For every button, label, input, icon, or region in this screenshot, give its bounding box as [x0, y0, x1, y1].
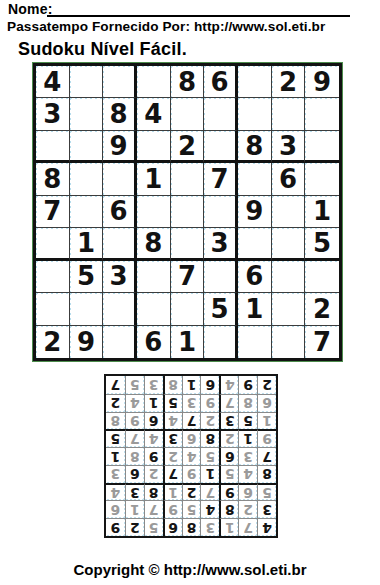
puzzle-cell-r3c4 [137, 131, 171, 163]
solution-cell-r4c8: 6 [125, 465, 144, 483]
solution-cell-r3c6: 1 [163, 483, 182, 501]
puzzle-cell-r4c4: 1 [137, 163, 171, 195]
solution-cell-r2c5: 5 [182, 500, 201, 518]
puzzle-cell-r7c4 [137, 261, 171, 293]
solution-cell-r6c5: 6 [182, 429, 201, 447]
puzzle-cell-r3c6 [204, 131, 238, 163]
solution-cell-r8c3: 7 [219, 394, 238, 412]
solution-cell-r6c7: 4 [144, 429, 163, 447]
puzzle-cell-r8c2 [70, 293, 104, 325]
solution-cell-r7c8: 9 [125, 412, 144, 430]
solution-cell-r1c4: 3 [200, 518, 219, 536]
puzzle-cell-r2c9 [305, 98, 339, 130]
solution-cell-r5c3: 6 [219, 447, 238, 465]
solution-cell-r3c9: 4 [106, 483, 125, 501]
solution-cell-r2c9: 6 [106, 500, 125, 518]
puzzle-cell-r7c3: 3 [103, 261, 137, 293]
solution-cell-r5c1: 7 [257, 447, 276, 465]
solution-cell-r8c7: 1 [144, 394, 163, 412]
puzzle-cell-r8c5 [171, 293, 205, 325]
puzzle-cell-r6c8 [272, 228, 306, 260]
puzzle-cell-r1c6: 6 [204, 66, 238, 98]
solution-cell-r2c6: 9 [163, 500, 182, 518]
puzzle-cell-r3c5: 2 [171, 131, 205, 163]
puzzle-cell-r1c4 [137, 66, 171, 98]
puzzle-cell-r2c1: 3 [36, 98, 70, 130]
puzzle-cell-r2c6 [204, 98, 238, 130]
solution-cell-r4c5: 9 [182, 465, 201, 483]
puzzle-cell-r6c9: 5 [305, 228, 339, 260]
solution-cell-r8c9: 2 [106, 394, 125, 412]
solution-cell-r2c4: 4 [200, 500, 219, 518]
puzzle-cell-r8c7: 1 [238, 293, 272, 325]
puzzle-cell-r2c4: 4 [137, 98, 171, 130]
solution-cell-r1c9: 9 [106, 518, 125, 536]
solution-cell-r5c4: 5 [200, 447, 219, 465]
solution-cell-r9c3: 4 [219, 376, 238, 394]
puzzle-cell-r9c8 [272, 326, 306, 358]
solution-cell-r4c7: 2 [144, 465, 163, 483]
puzzle-cell-r4c2 [70, 163, 104, 195]
solution-cell-r2c3: 8 [219, 500, 238, 518]
solution-cell-r9c1: 2 [257, 376, 276, 394]
solution-cell-r7c9: 8 [106, 412, 125, 430]
solution-cell-r2c2: 2 [238, 500, 257, 518]
puzzle-cell-r9c7 [238, 326, 272, 358]
puzzle-cell-r4c8: 6 [272, 163, 306, 195]
solution-cell-r7c4: 2 [200, 412, 219, 430]
solution-cell-r6c3: 2 [219, 429, 238, 447]
puzzle-cell-r9c3 [103, 326, 137, 358]
puzzle-cell-r1c8: 2 [272, 66, 306, 98]
puzzle-cell-r3c2 [70, 131, 104, 163]
puzzle-cell-r3c3: 9 [103, 131, 137, 163]
solution-cell-r2c7: 7 [144, 500, 163, 518]
solution-cell-r1c5: 8 [182, 518, 201, 536]
puzzle-cell-r1c5: 8 [171, 66, 205, 98]
solution-cell-r6c6: 3 [163, 429, 182, 447]
puzzle-cell-r9c5: 1 [171, 326, 205, 358]
puzzle-cell-r1c1: 4 [36, 66, 70, 98]
solution-cell-r3c8: 3 [125, 483, 144, 501]
solution-cell-r1c1: 4 [257, 518, 276, 536]
puzzle-cell-r2c8 [272, 98, 306, 130]
puzzle-cell-r2c7 [238, 98, 272, 130]
solution-cell-r1c2: 7 [238, 518, 257, 536]
solution-cell-r9c4: 6 [200, 376, 219, 394]
solution-cell-r9c7: 3 [144, 376, 163, 394]
solution-cell-r5c2: 3 [238, 447, 257, 465]
puzzle-cell-r6c7 [238, 228, 272, 260]
solution-cell-r6c9: 5 [106, 429, 125, 447]
puzzle-cell-r5c1: 7 [36, 196, 70, 228]
page-title: Sudoku Nível Fácil. [18, 39, 187, 60]
puzzle-cell-r9c1: 2 [36, 326, 70, 358]
puzzle-cell-r5c7: 9 [238, 196, 272, 228]
puzzle-cell-r4c6: 7 [204, 163, 238, 195]
puzzle-cell-r9c2: 9 [70, 326, 104, 358]
solution-cell-r8c6: 5 [163, 394, 182, 412]
solution-cell-r4c6: 7 [163, 465, 182, 483]
solution-cell-r8c8: 4 [125, 394, 144, 412]
puzzle-cell-r9c6 [204, 326, 238, 358]
solution-cell-r3c7: 8 [144, 483, 163, 501]
puzzle-cell-r2c2 [70, 98, 104, 130]
puzzle-cell-r4c1: 8 [36, 163, 70, 195]
puzzle-cell-r9c4: 6 [137, 326, 171, 358]
solution-cell-r1c6: 6 [163, 518, 182, 536]
solution-cell-r3c4: 7 [200, 483, 219, 501]
puzzle-cell-r7c1 [36, 261, 70, 293]
puzzle-cell-r1c7 [238, 66, 272, 98]
solution-cell-r4c4: 1 [200, 465, 219, 483]
puzzle-cell-r5c6 [204, 196, 238, 228]
puzzle-cell-r6c3 [103, 228, 137, 260]
puzzle-cell-r3c7: 8 [238, 131, 272, 163]
solution-cell-r8c1: 6 [257, 394, 276, 412]
solution-cell-r6c2: 1 [238, 429, 257, 447]
puzzle-cell-r6c1 [36, 228, 70, 260]
puzzle-cell-r1c3 [103, 66, 137, 98]
solution-cell-r2c8: 1 [125, 500, 144, 518]
puzzle-cell-r6c5 [171, 228, 205, 260]
solution-cell-r3c2: 6 [238, 483, 257, 501]
solution-cell-r5c8: 8 [125, 447, 144, 465]
solution-cell-r7c7: 6 [144, 412, 163, 430]
puzzle-cell-r5c5 [171, 196, 205, 228]
solution-cell-r1c7: 5 [144, 518, 163, 536]
puzzle-cell-r1c2 [70, 66, 104, 98]
puzzle-cell-r8c1 [36, 293, 70, 325]
puzzle-cell-r4c3 [103, 163, 137, 195]
solution-cell-r7c3: 3 [219, 412, 238, 430]
provided-by-line: Passatempo Fornecido Por: http://www.sol… [7, 19, 325, 34]
puzzle-cell-r6c4: 8 [137, 228, 171, 260]
solution-cell-r8c5: 3 [182, 394, 201, 412]
solution-cell-r5c6: 2 [163, 447, 182, 465]
puzzle-cell-r7c8 [272, 261, 306, 293]
solution-cell-r9c5: 1 [182, 376, 201, 394]
puzzle-cell-r5c9: 1 [305, 196, 339, 228]
puzzle-cell-r5c4 [137, 196, 171, 228]
copyright-line: Copyright © http://www.sol.eti.br [0, 561, 380, 578]
puzzle-cell-r4c7 [238, 163, 272, 195]
solution-cell-r1c3: 1 [219, 518, 238, 536]
solution-cell-r4c9: 3 [106, 465, 125, 483]
puzzle-cell-r4c5 [171, 163, 205, 195]
puzzle-cell-r6c6: 3 [204, 228, 238, 260]
solution-cell-r6c8: 7 [125, 429, 144, 447]
puzzle-cell-r7c7: 6 [238, 261, 272, 293]
puzzle-cell-r2c3: 8 [103, 98, 137, 130]
solution-cell-r9c8: 5 [125, 376, 144, 394]
puzzle-cell-r4c9 [305, 163, 339, 195]
puzzle-cell-r3c9 [305, 131, 339, 163]
puzzle-cell-r8c8 [272, 293, 306, 325]
solution-cell-r4c3: 5 [219, 465, 238, 483]
puzzle-cell-r5c3: 6 [103, 196, 137, 228]
puzzle-cell-r7c2: 5 [70, 261, 104, 293]
solution-cell-r8c4: 9 [200, 394, 219, 412]
solution-cell-r9c9: 7 [106, 376, 125, 394]
solution-cell-r6c1: 9 [257, 429, 276, 447]
solution-cell-r5c9: 1 [106, 447, 125, 465]
solution-cell-r2c1: 3 [257, 500, 276, 518]
puzzle-cell-r3c8: 3 [272, 131, 306, 163]
puzzle-cell-r7c6 [204, 261, 238, 293]
solution-cell-r7c2: 5 [238, 412, 257, 430]
puzzle-cell-r8c9: 2 [305, 293, 339, 325]
solution-cell-r3c1: 5 [257, 483, 276, 501]
name-label: Nome: [8, 1, 53, 17]
puzzle-cell-r3c1 [36, 131, 70, 163]
puzzle-cell-r5c8 [272, 196, 306, 228]
solution-cell-r7c1: 1 [257, 412, 276, 430]
solution-cell-r5c7: 9 [144, 447, 163, 465]
solution-cell-r9c6: 8 [163, 376, 182, 394]
sudoku-puzzle-grid: 486293849283817676911835537651229617 [33, 63, 342, 361]
solution-cell-r8c2: 8 [238, 394, 257, 412]
sudoku-solution-grid-rotated: 4713865293284597165697218348451972637365… [104, 374, 278, 538]
solution-cell-r7c5: 7 [182, 412, 201, 430]
puzzle-cell-r7c9 [305, 261, 339, 293]
solution-cell-r9c2: 9 [238, 376, 257, 394]
puzzle-cell-r5c2 [70, 196, 104, 228]
name-fill-in-line [47, 15, 350, 17]
puzzle-cell-r6c2: 1 [70, 228, 104, 260]
solution-cell-r7c6: 4 [163, 412, 182, 430]
solution-cell-r3c5: 2 [182, 483, 201, 501]
solution-cell-r6c4: 8 [200, 429, 219, 447]
solution-cell-r3c3: 9 [219, 483, 238, 501]
puzzle-cell-r7c5: 7 [171, 261, 205, 293]
puzzle-cell-r8c3 [103, 293, 137, 325]
puzzle-cell-r1c9: 9 [305, 66, 339, 98]
puzzle-cell-r8c4 [137, 293, 171, 325]
puzzle-cell-r2c5 [171, 98, 205, 130]
puzzle-cell-r9c9: 7 [305, 326, 339, 358]
solution-cell-r4c2: 4 [238, 465, 257, 483]
solution-cell-r1c8: 2 [125, 518, 144, 536]
puzzle-cell-r8c6: 5 [204, 293, 238, 325]
solution-cell-r5c5: 4 [182, 447, 201, 465]
solution-cell-r4c1: 8 [257, 465, 276, 483]
